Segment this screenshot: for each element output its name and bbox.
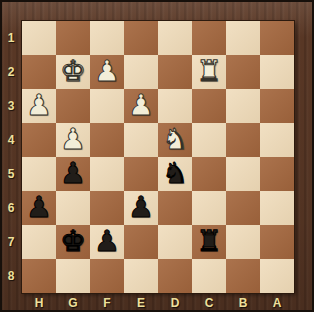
file-label-h: H <box>22 293 56 312</box>
piece-black-king[interactable]: ♚ <box>60 227 86 256</box>
rank-label-3: 3 <box>0 89 22 123</box>
chessboard-widget: 12345678 HGFEDCBA ♚♟♜♟♟♟♞♟♞♟♟♚♟♜ <box>0 0 314 312</box>
square-a8[interactable] <box>260 259 294 293</box>
square-a4[interactable] <box>260 123 294 157</box>
rank-label-5: 5 <box>0 157 22 191</box>
square-h5[interactable] <box>22 157 56 191</box>
square-h1[interactable] <box>22 21 56 55</box>
square-f4[interactable] <box>90 123 124 157</box>
square-b1[interactable] <box>226 21 260 55</box>
piece-white-king[interactable]: ♚ <box>60 57 86 86</box>
piece-black-pawn[interactable]: ♟ <box>26 193 52 222</box>
piece-black-pawn[interactable]: ♟ <box>94 227 120 256</box>
square-g3[interactable] <box>56 89 90 123</box>
square-c5[interactable] <box>192 157 226 191</box>
square-g6[interactable] <box>56 191 90 225</box>
square-h6[interactable]: ♟ <box>22 191 56 225</box>
square-d8[interactable] <box>158 259 192 293</box>
file-label-f: F <box>90 293 124 312</box>
square-d4[interactable]: ♞ <box>158 123 192 157</box>
square-g1[interactable] <box>56 21 90 55</box>
square-e6[interactable]: ♟ <box>124 191 158 225</box>
square-g2[interactable]: ♚ <box>56 55 90 89</box>
square-h7[interactable] <box>22 225 56 259</box>
rank-label-8: 8 <box>0 259 22 293</box>
rank-label-1: 1 <box>0 21 22 55</box>
square-a2[interactable] <box>260 55 294 89</box>
file-label-g: G <box>56 293 90 312</box>
piece-white-pawn[interactable]: ♟ <box>60 125 86 154</box>
square-g8[interactable] <box>56 259 90 293</box>
square-d5[interactable]: ♞ <box>158 157 192 191</box>
square-d3[interactable] <box>158 89 192 123</box>
piece-white-pawn[interactable]: ♟ <box>128 91 154 120</box>
square-c7[interactable]: ♜ <box>192 225 226 259</box>
square-e3[interactable]: ♟ <box>124 89 158 123</box>
square-b6[interactable] <box>226 191 260 225</box>
piece-black-knight[interactable]: ♞ <box>162 159 188 188</box>
square-h8[interactable] <box>22 259 56 293</box>
chess-board[interactable]: ♚♟♜♟♟♟♞♟♞♟♟♚♟♜ <box>22 21 294 293</box>
piece-white-pawn[interactable]: ♟ <box>94 57 120 86</box>
piece-black-pawn[interactable]: ♟ <box>60 159 86 188</box>
square-d6[interactable] <box>158 191 192 225</box>
rank-label-6: 6 <box>0 191 22 225</box>
square-a1[interactable] <box>260 21 294 55</box>
piece-black-rook[interactable]: ♜ <box>196 227 222 256</box>
piece-black-pawn[interactable]: ♟ <box>128 193 154 222</box>
square-f2[interactable]: ♟ <box>90 55 124 89</box>
square-d2[interactable] <box>158 55 192 89</box>
file-label-e: E <box>124 293 158 312</box>
square-a3[interactable] <box>260 89 294 123</box>
piece-white-rook[interactable]: ♜ <box>196 57 222 86</box>
file-labels: HGFEDCBA <box>22 293 294 312</box>
square-a6[interactable] <box>260 191 294 225</box>
square-c6[interactable] <box>192 191 226 225</box>
square-e4[interactable] <box>124 123 158 157</box>
square-h4[interactable] <box>22 123 56 157</box>
square-e7[interactable] <box>124 225 158 259</box>
square-h3[interactable]: ♟ <box>22 89 56 123</box>
file-label-a: A <box>260 293 294 312</box>
rank-label-7: 7 <box>0 225 22 259</box>
file-label-d: D <box>158 293 192 312</box>
square-d7[interactable] <box>158 225 192 259</box>
square-f3[interactable] <box>90 89 124 123</box>
square-c4[interactable] <box>192 123 226 157</box>
square-c2[interactable]: ♜ <box>192 55 226 89</box>
square-g5[interactable]: ♟ <box>56 157 90 191</box>
piece-white-pawn[interactable]: ♟ <box>26 91 52 120</box>
rank-label-2: 2 <box>0 55 22 89</box>
square-e5[interactable] <box>124 157 158 191</box>
square-d1[interactable] <box>158 21 192 55</box>
square-a5[interactable] <box>260 157 294 191</box>
piece-white-knight[interactable]: ♞ <box>162 125 188 154</box>
square-h2[interactable] <box>22 55 56 89</box>
square-b4[interactable] <box>226 123 260 157</box>
square-b5[interactable] <box>226 157 260 191</box>
square-c3[interactable] <box>192 89 226 123</box>
square-c8[interactable] <box>192 259 226 293</box>
square-c1[interactable] <box>192 21 226 55</box>
square-f1[interactable] <box>90 21 124 55</box>
square-b7[interactable] <box>226 225 260 259</box>
square-a7[interactable] <box>260 225 294 259</box>
rank-label-4: 4 <box>0 123 22 157</box>
square-b2[interactable] <box>226 55 260 89</box>
square-f5[interactable] <box>90 157 124 191</box>
file-label-b: B <box>226 293 260 312</box>
square-f8[interactable] <box>90 259 124 293</box>
rank-labels: 12345678 <box>0 21 22 293</box>
square-g7[interactable]: ♚ <box>56 225 90 259</box>
square-f7[interactable]: ♟ <box>90 225 124 259</box>
square-g4[interactable]: ♟ <box>56 123 90 157</box>
square-e2[interactable] <box>124 55 158 89</box>
square-e8[interactable] <box>124 259 158 293</box>
square-b8[interactable] <box>226 259 260 293</box>
square-e1[interactable] <box>124 21 158 55</box>
square-b3[interactable] <box>226 89 260 123</box>
square-f6[interactable] <box>90 191 124 225</box>
file-label-c: C <box>192 293 226 312</box>
